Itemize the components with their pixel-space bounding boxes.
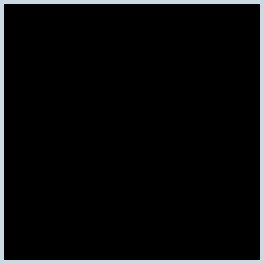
board-frame <box>4 4 260 260</box>
fairy-chess-diagram: { "game": "chess (fairy chess problem di… <box>0 0 264 264</box>
chess-board <box>7 7 257 257</box>
